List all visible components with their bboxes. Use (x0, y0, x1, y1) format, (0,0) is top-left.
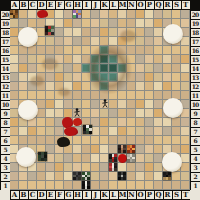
cell-S2[interactable] (172, 172, 181, 181)
cell-B16[interactable] (19, 46, 28, 55)
cell-P11[interactable] (145, 91, 154, 100)
cell-S1[interactable] (172, 181, 181, 190)
cell-E12[interactable] (46, 82, 55, 91)
cell-B14[interactable] (19, 64, 28, 73)
cell-D9[interactable] (37, 109, 46, 118)
cell-B13[interactable] (19, 73, 28, 82)
cell-G1[interactable] (64, 181, 73, 190)
purple-orange-character-sprite-H20[interactable] (73, 10, 81, 18)
cell-G15[interactable] (64, 55, 73, 64)
cell-O10[interactable] (136, 100, 145, 109)
cell-E5[interactable] (46, 145, 55, 154)
cell-A11[interactable] (10, 91, 19, 100)
cell-Q10[interactable] (154, 100, 163, 109)
cell-J13[interactable] (91, 73, 100, 82)
cell-T8[interactable] (181, 118, 190, 127)
cell-J17[interactable] (91, 37, 100, 46)
cell-F17[interactable] (55, 37, 64, 46)
cell-P1[interactable] (145, 181, 154, 190)
cell-J20[interactable] (91, 10, 100, 19)
cell-L6[interactable] (109, 136, 118, 145)
cell-I5[interactable] (82, 145, 91, 154)
cell-J3[interactable] (91, 163, 100, 172)
cell-N17[interactable] (127, 37, 136, 46)
cell-M8[interactable] (118, 118, 127, 127)
cell-M9[interactable] (118, 109, 127, 118)
cell-T19[interactable] (181, 19, 190, 28)
cell-K18[interactable] (100, 28, 109, 37)
cell-H5[interactable] (73, 145, 82, 154)
cell-R12[interactable] (163, 82, 172, 91)
cell-K16[interactable] (100, 46, 109, 55)
cell-R7[interactable] (163, 127, 172, 136)
cell-S8[interactable] (172, 118, 181, 127)
dark-gray-character-sprite-H2[interactable] (73, 172, 81, 180)
cell-J1[interactable] (91, 181, 100, 190)
cell-M13[interactable] (118, 73, 127, 82)
cell-N2[interactable] (127, 172, 136, 181)
cell-E16[interactable] (46, 46, 55, 55)
cell-P19[interactable] (145, 19, 154, 28)
cell-Q20[interactable] (154, 10, 163, 19)
cell-A3[interactable] (10, 163, 19, 172)
cell-T6[interactable] (181, 136, 190, 145)
cell-L8[interactable] (109, 118, 118, 127)
cell-J12[interactable] (91, 82, 100, 91)
cell-M14[interactable] (118, 64, 127, 73)
black-white-green-character-sprite-I7[interactable] (83, 125, 92, 134)
cell-P6[interactable] (145, 136, 154, 145)
cell-M11[interactable] (118, 91, 127, 100)
cell-D1[interactable] (37, 181, 46, 190)
cell-G17[interactable] (64, 37, 73, 46)
dark-flesh-character-sprite-M5[interactable] (118, 145, 126, 153)
cell-B15[interactable] (19, 55, 28, 64)
cell-G20[interactable] (64, 10, 73, 19)
cell-N6[interactable] (127, 136, 136, 145)
cell-O7[interactable] (136, 127, 145, 136)
cell-D7[interactable] (37, 127, 46, 136)
cell-J15[interactable] (91, 55, 100, 64)
cell-C13[interactable] (28, 73, 37, 82)
cell-D11[interactable] (37, 91, 46, 100)
cell-O9[interactable] (136, 109, 145, 118)
cell-F4[interactable] (55, 154, 64, 163)
cell-N10[interactable] (127, 100, 136, 109)
cell-Q1[interactable] (154, 181, 163, 190)
cell-K7[interactable] (100, 127, 109, 136)
cell-A13[interactable] (10, 73, 19, 82)
cell-M3[interactable] (118, 163, 127, 172)
black-white-red-character-sprite-L4[interactable] (109, 154, 117, 162)
cell-C16[interactable] (28, 46, 37, 55)
cell-I12[interactable] (82, 82, 91, 91)
cell-E13[interactable] (46, 73, 55, 82)
cell-K6[interactable] (100, 136, 109, 145)
cell-M1[interactable] (118, 181, 127, 190)
orange-red-character-sprite-N5[interactable] (127, 145, 135, 153)
cell-D14[interactable] (37, 64, 46, 73)
cell-B12[interactable] (19, 82, 28, 91)
cell-Q7[interactable] (154, 127, 163, 136)
cell-L18[interactable] (109, 28, 118, 37)
cell-J8[interactable] (91, 118, 100, 127)
cell-J7[interactable] (91, 127, 100, 136)
cell-A19[interactable] (10, 19, 19, 28)
cell-T11[interactable] (181, 91, 190, 100)
cell-I19[interactable] (82, 19, 91, 28)
cell-K2[interactable] (100, 172, 109, 181)
cell-P12[interactable] (145, 82, 154, 91)
cell-F1[interactable] (55, 181, 64, 190)
cell-T5[interactable] (181, 145, 190, 154)
cell-N9[interactable] (127, 109, 136, 118)
cell-M17[interactable] (118, 37, 127, 46)
cell-G10[interactable] (64, 100, 73, 109)
cell-I16[interactable] (82, 46, 91, 55)
cell-P2[interactable] (145, 172, 154, 181)
cell-N16[interactable] (127, 46, 136, 55)
cell-O19[interactable] (136, 19, 145, 28)
cell-N12[interactable] (127, 82, 136, 91)
cell-C14[interactable] (28, 64, 37, 73)
cell-A2[interactable] (10, 172, 19, 181)
cell-I10[interactable] (82, 100, 91, 109)
blood-splat-G7-H7[interactable] (64, 127, 78, 136)
cell-B1[interactable] (19, 181, 28, 190)
cell-D13[interactable] (37, 73, 46, 82)
cell-L2[interactable] (109, 172, 118, 181)
cell-L20[interactable] (109, 10, 118, 19)
cell-P16[interactable] (145, 46, 154, 55)
white-crater-R17-S18[interactable] (163, 24, 183, 44)
cell-D17[interactable] (37, 37, 46, 46)
cell-L5[interactable] (109, 145, 118, 154)
black-blob-splat-F6-G6[interactable] (57, 137, 70, 147)
cell-T1[interactable] (181, 181, 190, 190)
cell-C12[interactable] (28, 82, 37, 91)
cell-N19[interactable] (127, 19, 136, 28)
cell-E14[interactable] (46, 64, 55, 73)
cell-F10[interactable] (55, 100, 64, 109)
cell-L9[interactable] (109, 109, 118, 118)
cell-K3[interactable] (100, 163, 109, 172)
cell-O8[interactable] (136, 118, 145, 127)
cell-Q11[interactable] (154, 91, 163, 100)
cell-N20[interactable] (127, 10, 136, 19)
cell-K4[interactable] (100, 154, 109, 163)
cell-P9[interactable] (145, 109, 154, 118)
cell-F11[interactable] (55, 91, 64, 100)
cell-R20[interactable] (163, 10, 172, 19)
cell-H1[interactable] (73, 181, 82, 190)
cell-R16[interactable] (163, 46, 172, 55)
cell-Q9[interactable] (154, 109, 163, 118)
cell-E1[interactable] (46, 181, 55, 190)
cell-L17[interactable] (109, 37, 118, 46)
cell-C20[interactable] (28, 10, 37, 19)
cell-P17[interactable] (145, 37, 154, 46)
cell-S12[interactable] (172, 82, 181, 91)
cell-F12[interactable] (55, 82, 64, 91)
cell-G3[interactable] (64, 163, 73, 172)
cell-G13[interactable] (64, 73, 73, 82)
cell-D10[interactable] (37, 100, 46, 109)
cell-G18[interactable] (64, 28, 73, 37)
cell-I11[interactable] (82, 91, 91, 100)
cell-S14[interactable] (172, 64, 181, 73)
cell-P3[interactable] (145, 163, 154, 172)
cell-J11[interactable] (91, 91, 100, 100)
cell-G4[interactable] (64, 154, 73, 163)
cell-O11[interactable] (136, 91, 145, 100)
cell-T17[interactable] (181, 37, 190, 46)
cell-O12[interactable] (136, 82, 145, 91)
cell-L1[interactable] (109, 181, 118, 190)
cell-K19[interactable] (100, 19, 109, 28)
cell-C6[interactable] (28, 136, 37, 145)
cell-H14[interactable] (73, 64, 82, 73)
cell-O1[interactable] (136, 181, 145, 190)
cell-T13[interactable] (181, 73, 190, 82)
cell-L14[interactable] (109, 64, 118, 73)
cell-S7[interactable] (172, 127, 181, 136)
cell-C1[interactable] (28, 181, 37, 190)
cell-M19[interactable] (118, 19, 127, 28)
cell-E6[interactable] (46, 136, 55, 145)
cell-N15[interactable] (127, 55, 136, 64)
cell-T20[interactable] (181, 10, 190, 19)
cell-H3[interactable] (73, 163, 82, 172)
cell-T12[interactable] (181, 82, 190, 91)
cell-H11[interactable] (73, 91, 82, 100)
cell-L12[interactable] (109, 82, 118, 91)
cell-L16[interactable] (109, 46, 118, 55)
cell-E9[interactable] (46, 109, 55, 118)
cell-T15[interactable] (181, 55, 190, 64)
red-white-character-sprite-L3[interactable] (109, 163, 117, 171)
cell-R8[interactable] (163, 118, 172, 127)
cell-L7[interactable] (109, 127, 118, 136)
cell-P13[interactable] (145, 73, 154, 82)
cell-A8[interactable] (10, 118, 19, 127)
cell-T2[interactable] (181, 172, 190, 181)
cell-J4[interactable] (91, 154, 100, 163)
cell-J18[interactable] (91, 28, 100, 37)
cell-L19[interactable] (109, 19, 118, 28)
cell-A12[interactable] (10, 82, 19, 91)
cell-T16[interactable] (181, 46, 190, 55)
cell-D15[interactable] (37, 55, 46, 64)
cell-E8[interactable] (46, 118, 55, 127)
white-crater-R9-S10[interactable] (163, 98, 183, 118)
cell-J6[interactable] (91, 136, 100, 145)
cell-K20[interactable] (100, 10, 109, 19)
cell-F7[interactable] (55, 127, 64, 136)
green-white-character-sprite-I2[interactable] (82, 172, 90, 180)
cell-M6[interactable] (118, 136, 127, 145)
cell-H17[interactable] (73, 37, 82, 46)
cell-S6[interactable] (172, 136, 181, 145)
cell-I3[interactable] (82, 163, 91, 172)
cell-L13[interactable] (109, 73, 118, 82)
cell-N3[interactable] (127, 163, 136, 172)
cell-F9[interactable] (55, 109, 64, 118)
cell-G11[interactable] (64, 91, 73, 100)
cell-J2[interactable] (91, 172, 100, 181)
cell-Q2[interactable] (154, 172, 163, 181)
cell-M15[interactable] (118, 55, 127, 64)
cell-L10[interactable] (109, 100, 118, 109)
cell-T3[interactable] (181, 163, 190, 172)
cell-Q19[interactable] (154, 19, 163, 28)
cell-Q6[interactable] (154, 136, 163, 145)
cell-B11[interactable] (19, 91, 28, 100)
cell-N7[interactable] (127, 127, 136, 136)
white-crater-R3-S4[interactable] (162, 152, 182, 172)
cell-E4[interactable] (46, 154, 55, 163)
cell-A14[interactable] (10, 64, 19, 73)
cell-Q12[interactable] (154, 82, 163, 91)
cell-K17[interactable] (100, 37, 109, 46)
cell-D6[interactable] (37, 136, 46, 145)
cell-B20[interactable] (19, 10, 28, 19)
round-red-splat-M4[interactable] (118, 154, 127, 163)
cell-P7[interactable] (145, 127, 154, 136)
cell-E10[interactable] (46, 100, 55, 109)
cell-O6[interactable] (136, 136, 145, 145)
black-stick-figure-H9[interactable] (73, 108, 81, 117)
cell-O2[interactable] (136, 172, 145, 181)
white-crater-B9-C10[interactable] (18, 100, 38, 120)
cell-Q17[interactable] (154, 37, 163, 46)
cell-O15[interactable] (136, 55, 145, 64)
cell-E11[interactable] (46, 91, 55, 100)
blood-splat-H8[interactable] (73, 118, 82, 126)
cell-I20[interactable] (82, 10, 91, 19)
cell-Q5[interactable] (154, 145, 163, 154)
white-crater-B3-C4[interactable] (16, 147, 36, 167)
cell-K8[interactable] (100, 118, 109, 127)
cell-N13[interactable] (127, 73, 136, 82)
black-speckled-character-sprite-M2[interactable] (118, 172, 126, 180)
cell-Q18[interactable] (154, 28, 163, 37)
cell-F3[interactable] (55, 163, 64, 172)
cell-O4[interactable] (136, 154, 145, 163)
cell-J9[interactable] (91, 109, 100, 118)
cell-C2[interactable] (28, 172, 37, 181)
cell-J19[interactable] (91, 19, 100, 28)
cell-S13[interactable] (172, 73, 181, 82)
cell-T14[interactable] (181, 64, 190, 73)
cell-I6[interactable] (82, 136, 91, 145)
cell-E3[interactable] (46, 163, 55, 172)
cell-T7[interactable] (181, 127, 190, 136)
cell-K13[interactable] (100, 73, 109, 82)
cell-P15[interactable] (145, 55, 154, 64)
cell-O13[interactable] (136, 73, 145, 82)
cell-F16[interactable] (55, 46, 64, 55)
cell-G19[interactable] (64, 19, 73, 28)
cell-G2[interactable] (64, 172, 73, 181)
cell-R6[interactable] (163, 136, 172, 145)
cell-N8[interactable] (127, 118, 136, 127)
cell-K12[interactable] (100, 82, 109, 91)
cell-H4[interactable] (73, 154, 82, 163)
cell-R15[interactable] (163, 55, 172, 64)
cell-J5[interactable] (91, 145, 100, 154)
cell-S16[interactable] (172, 46, 181, 55)
cell-M10[interactable] (118, 100, 127, 109)
white-crater-B17-C18[interactable] (18, 27, 38, 47)
cell-C7[interactable] (28, 127, 37, 136)
cell-K14[interactable] (100, 64, 109, 73)
cell-K1[interactable] (100, 181, 109, 190)
cell-P10[interactable] (145, 100, 154, 109)
cell-S20[interactable] (172, 10, 181, 19)
cell-Q15[interactable] (154, 55, 163, 64)
cell-J10[interactable] (91, 100, 100, 109)
cell-O14[interactable] (136, 64, 145, 73)
cell-E2[interactable] (46, 172, 55, 181)
cell-N14[interactable] (127, 64, 136, 73)
cell-R14[interactable] (163, 64, 172, 73)
cell-H12[interactable] (73, 82, 82, 91)
cell-G14[interactable] (64, 64, 73, 73)
cell-P14[interactable] (145, 64, 154, 73)
cell-P5[interactable] (145, 145, 154, 154)
dark-red-green-character-sprite-E18[interactable] (45, 26, 54, 35)
cell-I17[interactable] (82, 37, 91, 46)
cell-P18[interactable] (145, 28, 154, 37)
cell-G16[interactable] (64, 46, 73, 55)
cell-H16[interactable] (73, 46, 82, 55)
cell-Q14[interactable] (154, 64, 163, 73)
cell-Q8[interactable] (154, 118, 163, 127)
cell-F18[interactable] (55, 28, 64, 37)
cell-D12[interactable] (37, 82, 46, 91)
cell-N1[interactable] (127, 181, 136, 190)
cell-K9[interactable] (100, 109, 109, 118)
cell-H18[interactable] (73, 28, 82, 37)
cell-O18[interactable] (136, 28, 145, 37)
cell-A7[interactable] (10, 127, 19, 136)
cell-K15[interactable] (100, 55, 109, 64)
cell-M12[interactable] (118, 82, 127, 91)
cell-O17[interactable] (136, 37, 145, 46)
cell-D3[interactable] (37, 163, 46, 172)
cell-J14[interactable] (91, 64, 100, 73)
cell-M16[interactable] (118, 46, 127, 55)
cell-H6[interactable] (73, 136, 82, 145)
cell-I14[interactable] (82, 64, 91, 73)
cell-Q13[interactable] (154, 73, 163, 82)
cell-A1[interactable] (10, 181, 19, 190)
black-tan-character-sprite-R2[interactable] (163, 172, 171, 180)
cell-A6[interactable] (10, 136, 19, 145)
cell-E7[interactable] (46, 127, 55, 136)
cell-O3[interactable] (136, 163, 145, 172)
cell-B6[interactable] (19, 136, 28, 145)
cell-E15[interactable] (46, 55, 55, 64)
cell-A15[interactable] (10, 55, 19, 64)
cell-N11[interactable] (127, 91, 136, 100)
cell-A16[interactable] (10, 46, 19, 55)
cell-I18[interactable] (82, 28, 91, 37)
cell-Q16[interactable] (154, 46, 163, 55)
gray-white-character-sprite-N4[interactable] (127, 154, 135, 162)
cell-F14[interactable] (55, 64, 64, 73)
